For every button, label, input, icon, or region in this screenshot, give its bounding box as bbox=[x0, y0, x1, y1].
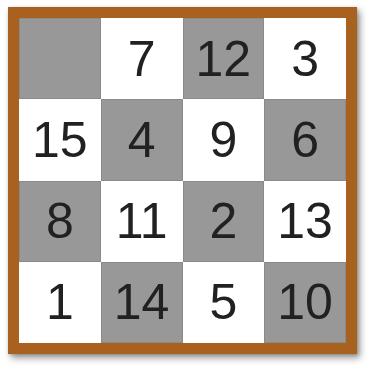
tile-7[interactable]: 7 bbox=[101, 18, 183, 99]
tile-13[interactable]: 13 bbox=[264, 181, 346, 262]
tile-4[interactable]: 4 bbox=[101, 99, 183, 180]
tile-14[interactable]: 14 bbox=[101, 262, 183, 343]
puzzle-screenshot: 712315496811213114510 bbox=[0, 0, 372, 370]
tile-5[interactable]: 5 bbox=[183, 262, 265, 343]
tile-10[interactable]: 10 bbox=[264, 262, 346, 343]
tile-3[interactable]: 3 bbox=[264, 18, 346, 99]
tile-12[interactable]: 12 bbox=[183, 18, 265, 99]
puzzle-frame: 712315496811213114510 bbox=[8, 7, 357, 354]
tile-8[interactable]: 8 bbox=[19, 181, 101, 262]
tile-2[interactable]: 2 bbox=[183, 181, 265, 262]
tile-15[interactable]: 15 bbox=[19, 99, 101, 180]
tile-6[interactable]: 6 bbox=[264, 99, 346, 180]
blank-cell-r0c0 bbox=[19, 18, 101, 99]
tile-1[interactable]: 1 bbox=[19, 262, 101, 343]
tile-11[interactable]: 11 bbox=[101, 181, 183, 262]
tile-9[interactable]: 9 bbox=[183, 99, 265, 180]
puzzle-board: 712315496811213114510 bbox=[19, 18, 346, 343]
